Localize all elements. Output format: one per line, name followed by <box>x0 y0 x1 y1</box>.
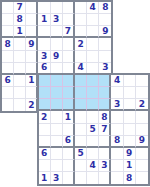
sudoku-cell-a-r1c3[interactable] <box>26 2 38 14</box>
sudoku-cell-b-r9c6[interactable] <box>99 172 111 184</box>
sudoku-cell-b-r7c2[interactable] <box>51 148 63 160</box>
sudoku-cell-b-r1c9[interactable] <box>136 75 148 87</box>
sudoku-cell-a-r2c3[interactable] <box>26 14 38 26</box>
sudoku-cell-b-r2c5[interactable] <box>87 87 99 99</box>
sudoku-cell-b-r1c7: 4 <box>111 75 123 87</box>
sudoku-cell-b-r7c7[interactable] <box>111 148 123 160</box>
sudoku-cell-a-r5c9[interactable] <box>99 51 111 63</box>
sudoku-cell-b-r6c5[interactable] <box>87 136 99 148</box>
sudoku-cell-a-r5c5: 9 <box>51 51 63 63</box>
sudoku-cell-a-r9c1[interactable] <box>2 99 14 111</box>
sudoku-cell-b-r3c8[interactable] <box>124 99 136 111</box>
sudoku-cell-b-r5c1[interactable] <box>39 124 51 136</box>
sudoku-cell-b-r9c2: 3 <box>51 172 63 184</box>
sudoku-cell-b-r8c2[interactable] <box>51 160 63 172</box>
sudoku-cell-b-r7c8: 9 <box>124 148 136 160</box>
sudoku-cell-b-r8c3[interactable] <box>63 160 75 172</box>
twin-sudoku-board: 74881317989239643612 4322185768965943113… <box>0 0 150 187</box>
sudoku-cell-a-r8c2[interactable] <box>14 87 26 99</box>
sudoku-cell-a-r3c1[interactable] <box>2 26 14 38</box>
sudoku-cell-b-r6c2[interactable] <box>51 136 63 148</box>
sudoku-cell-b-r6c4[interactable] <box>75 136 87 148</box>
sudoku-cell-a-r5c8[interactable] <box>87 51 99 63</box>
sudoku-cell-b-r2c2[interactable] <box>51 87 63 99</box>
sudoku-cell-b-r2c7[interactable] <box>111 87 123 99</box>
sudoku-cell-a-r2c9[interactable] <box>99 14 111 26</box>
sudoku-cell-a-r7c2[interactable] <box>14 75 26 87</box>
sudoku-cell-b-r9c4[interactable] <box>75 172 87 184</box>
sudoku-cell-a-r1c7[interactable] <box>75 2 87 14</box>
sudoku-cell-b-r4c4[interactable] <box>75 111 87 123</box>
sudoku-cell-b-r7c5[interactable] <box>87 148 99 160</box>
sudoku-cell-a-r1c6[interactable] <box>63 2 75 14</box>
sudoku-cell-a-r3c7[interactable] <box>75 26 87 38</box>
sudoku-cell-b-r8c4[interactable] <box>75 160 87 172</box>
sudoku-cell-a-r4c2[interactable] <box>14 38 26 50</box>
sudoku-cell-b-r9c9[interactable] <box>136 172 148 184</box>
sudoku-cell-a-r9c2[interactable] <box>14 99 26 111</box>
sudoku-cell-b-r3c3[interactable] <box>63 99 75 111</box>
sudoku-cell-b-r1c8[interactable] <box>124 75 136 87</box>
sudoku-cell-b-r2c8[interactable] <box>124 87 136 99</box>
sudoku-cell-b-r5c4[interactable] <box>75 124 87 136</box>
sudoku-cell-b-r4c8[interactable] <box>124 111 136 123</box>
sudoku-cell-b-r3c2[interactable] <box>51 99 63 111</box>
sudoku-cell-b-r8c6: 3 <box>99 160 111 172</box>
sudoku-cell-b-r6c1[interactable] <box>39 136 51 148</box>
sudoku-cell-b-r4c7[interactable] <box>111 111 123 123</box>
sudoku-cell-b-r1c1[interactable] <box>39 75 51 87</box>
sudoku-cell-b-r3c4[interactable] <box>75 99 87 111</box>
sudoku-cell-a-r3c8[interactable] <box>87 26 99 38</box>
sudoku-cell-b-r6c9: 9 <box>136 136 148 148</box>
sudoku-cell-a-r4c5[interactable] <box>51 38 63 50</box>
sudoku-cell-a-r1c2: 7 <box>14 2 26 14</box>
sudoku-cell-a-r2c1[interactable] <box>2 14 14 26</box>
sudoku-cell-b-r9c7[interactable] <box>111 172 123 184</box>
sudoku-cell-b-r1c4[interactable] <box>75 75 87 87</box>
sudoku-cell-a-r4c7: 2 <box>75 38 87 50</box>
sudoku-cell-b-r5c3[interactable] <box>63 124 75 136</box>
sudoku-cell-a-r4c1: 8 <box>2 38 14 50</box>
sudoku-cell-b-r3c7: 3 <box>111 99 123 111</box>
sudoku-cell-a-r3c3[interactable] <box>26 26 38 38</box>
sudoku-cell-b-r2c6[interactable] <box>99 87 111 99</box>
sudoku-cell-a-r3c2: 1 <box>14 26 26 38</box>
sudoku-cell-b-r2c4[interactable] <box>75 87 87 99</box>
sudoku-cell-a-r8c1[interactable] <box>2 87 14 99</box>
sudoku-cell-a-r2c5: 3 <box>51 14 63 26</box>
sudoku-cell-a-r6c1[interactable] <box>2 63 14 75</box>
sudoku-cell-b-r4c1: 2 <box>39 111 51 123</box>
sudoku-cell-a-r4c9[interactable] <box>99 38 111 50</box>
sudoku-cell-a-r5c2[interactable] <box>14 51 26 63</box>
sudoku-cell-b-r1c3[interactable] <box>63 75 75 87</box>
sudoku-cell-a-r7c1: 6 <box>2 75 14 87</box>
sudoku-cell-b-r3c9: 2 <box>136 99 148 111</box>
sudoku-cell-b-r5c6: 7 <box>99 124 111 136</box>
sudoku-cell-a-r3c9: 9 <box>99 26 111 38</box>
sudoku-cell-b-r4c2[interactable] <box>51 111 63 123</box>
sudoku-cell-a-r3c6: 7 <box>63 26 75 38</box>
sudoku-cell-b-r7c3[interactable] <box>63 148 75 160</box>
sudoku-cell-a-r1c4[interactable] <box>38 2 50 14</box>
sudoku-cell-b-r7c1: 6 <box>39 148 51 160</box>
sudoku-cell-a-r2c8[interactable] <box>87 14 99 26</box>
sudoku-cell-b-r8c8: 1 <box>124 160 136 172</box>
sudoku-cell-b-r1c2[interactable] <box>51 75 63 87</box>
sudoku-cell-b-r7c9[interactable] <box>136 148 148 160</box>
sudoku-grid-b: 43221857689659431138 <box>37 73 150 186</box>
sudoku-cell-a-r4c4[interactable] <box>38 38 50 50</box>
sudoku-cell-b-r8c9[interactable] <box>136 160 148 172</box>
sudoku-cell-a-r5c7[interactable] <box>75 51 87 63</box>
sudoku-cell-b-r2c1[interactable] <box>39 87 51 99</box>
sudoku-cell-a-r1c9: 8 <box>99 2 111 14</box>
sudoku-cell-a-r4c3: 9 <box>26 38 38 50</box>
sudoku-cell-b-r4c6: 8 <box>99 111 111 123</box>
sudoku-cell-a-r3c4[interactable] <box>38 26 50 38</box>
sudoku-cell-a-r2c2: 8 <box>14 14 26 26</box>
sudoku-cell-a-r2c6[interactable] <box>63 14 75 26</box>
sudoku-cell-b-r1c6[interactable] <box>99 75 111 87</box>
sudoku-cell-a-r1c1[interactable] <box>2 2 14 14</box>
sudoku-cell-b-r5c8[interactable] <box>124 124 136 136</box>
sudoku-cell-b-r9c8: 8 <box>124 172 136 184</box>
sudoku-cell-b-r3c6[interactable] <box>99 99 111 111</box>
sudoku-cell-b-r9c5[interactable] <box>87 172 99 184</box>
sudoku-cell-a-r5c3[interactable] <box>26 51 38 63</box>
sudoku-cell-b-r2c3[interactable] <box>63 87 75 99</box>
sudoku-cell-b-r5c7[interactable] <box>111 124 123 136</box>
sudoku-cell-b-r4c3: 1 <box>63 111 75 123</box>
sudoku-cell-b-r7c6[interactable] <box>99 148 111 160</box>
sudoku-cell-a-r5c4: 3 <box>38 51 50 63</box>
sudoku-cell-a-r4c8[interactable] <box>87 38 99 50</box>
sudoku-cell-a-r5c6[interactable] <box>63 51 75 63</box>
sudoku-cell-a-r1c5[interactable] <box>51 2 63 14</box>
sudoku-cell-b-r3c1[interactable] <box>39 99 51 111</box>
sudoku-cell-a-r4c6[interactable] <box>63 38 75 50</box>
sudoku-cell-a-r5c1[interactable] <box>2 51 14 63</box>
sudoku-cell-b-r2c9[interactable] <box>136 87 148 99</box>
sudoku-cell-b-r5c9[interactable] <box>136 124 148 136</box>
sudoku-cell-b-r7c4: 5 <box>75 148 87 160</box>
sudoku-cell-b-r8c5: 4 <box>87 160 99 172</box>
sudoku-cell-b-r8c1[interactable] <box>39 160 51 172</box>
sudoku-cell-a-r2c7[interactable] <box>75 14 87 26</box>
sudoku-cell-b-r5c5: 5 <box>87 124 99 136</box>
sudoku-cell-b-r6c3: 6 <box>63 136 75 148</box>
sudoku-cell-b-r8c7[interactable] <box>111 160 123 172</box>
sudoku-cell-b-r1c5[interactable] <box>87 75 99 87</box>
sudoku-cell-b-r6c8[interactable] <box>124 136 136 148</box>
sudoku-cell-a-r2c4: 1 <box>38 14 50 26</box>
sudoku-cell-b-r6c7: 8 <box>111 136 123 148</box>
sudoku-cell-b-r9c1: 1 <box>39 172 51 184</box>
sudoku-cell-b-r4c9[interactable] <box>136 111 148 123</box>
sudoku-cell-b-r9c3[interactable] <box>63 172 75 184</box>
sudoku-cell-a-r1c8: 4 <box>87 2 99 14</box>
sudoku-cell-b-r6c6[interactable] <box>99 136 111 148</box>
sudoku-cell-a-r3c5[interactable] <box>51 26 63 38</box>
sudoku-cell-b-r3c5[interactable] <box>87 99 99 111</box>
sudoku-cell-b-r4c5[interactable] <box>87 111 99 123</box>
sudoku-cell-b-r5c2[interactable] <box>51 124 63 136</box>
sudoku-cell-a-r6c2[interactable] <box>14 63 26 75</box>
